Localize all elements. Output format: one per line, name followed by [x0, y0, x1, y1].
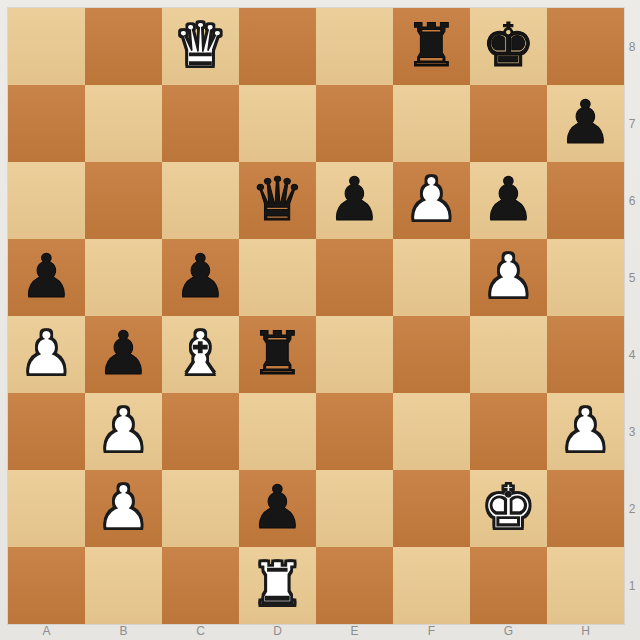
square-h2[interactable] — [547, 470, 624, 547]
piece-black-pawn[interactable]: ♟ — [559, 92, 613, 152]
square-e6[interactable]: ♟ — [316, 162, 393, 239]
square-e4[interactable] — [316, 316, 393, 393]
file-label-c: C — [162, 622, 239, 640]
piece-white-pawn[interactable]: ♟ — [405, 169, 459, 229]
square-g5[interactable]: ♟ — [470, 239, 547, 316]
file-label-d: D — [239, 622, 316, 640]
square-g7[interactable] — [470, 85, 547, 162]
rank-labels: 87654321 — [624, 8, 640, 624]
piece-white-pawn[interactable]: ♟ — [482, 246, 536, 306]
square-d8[interactable] — [239, 8, 316, 85]
square-g8[interactable]: ♚ — [470, 8, 547, 85]
square-b7[interactable] — [85, 85, 162, 162]
chess-diagram-page: ♛♜♚♟♛♟♟♟♟♟♟♟♟♝♜♟♟♟♟♚♜ 87654321 ABCDEFGH — [0, 0, 640, 640]
square-b6[interactable] — [85, 162, 162, 239]
piece-black-pawn[interactable]: ♟ — [97, 323, 151, 383]
square-b1[interactable] — [85, 547, 162, 624]
square-c7[interactable] — [162, 85, 239, 162]
rank-label-5: 5 — [624, 239, 640, 316]
square-h7[interactable]: ♟ — [547, 85, 624, 162]
piece-white-queen[interactable]: ♛ — [174, 15, 228, 75]
piece-white-pawn[interactable]: ♟ — [559, 400, 613, 460]
square-a6[interactable] — [8, 162, 85, 239]
square-b2[interactable]: ♟ — [85, 470, 162, 547]
piece-white-pawn[interactable]: ♟ — [20, 323, 74, 383]
square-f8[interactable]: ♜ — [393, 8, 470, 85]
piece-black-pawn[interactable]: ♟ — [20, 246, 74, 306]
square-h8[interactable] — [547, 8, 624, 85]
square-a8[interactable] — [8, 8, 85, 85]
square-e8[interactable] — [316, 8, 393, 85]
square-e7[interactable] — [316, 85, 393, 162]
piece-black-pawn[interactable]: ♟ — [328, 169, 382, 229]
square-a4[interactable]: ♟ — [8, 316, 85, 393]
square-a5[interactable]: ♟ — [8, 239, 85, 316]
piece-white-pawn[interactable]: ♟ — [97, 477, 151, 537]
piece-white-rook[interactable]: ♜ — [251, 554, 305, 614]
file-labels: ABCDEFGH — [8, 622, 624, 640]
rank-label-2: 2 — [624, 470, 640, 547]
file-label-f: F — [393, 622, 470, 640]
piece-white-king[interactable]: ♚ — [482, 477, 536, 537]
square-d2[interactable]: ♟ — [239, 470, 316, 547]
rank-label-1: 1 — [624, 547, 640, 624]
piece-black-rook[interactable]: ♜ — [251, 323, 305, 383]
piece-black-rook[interactable]: ♜ — [405, 15, 459, 75]
square-c1[interactable] — [162, 547, 239, 624]
square-b3[interactable]: ♟ — [85, 393, 162, 470]
square-c6[interactable] — [162, 162, 239, 239]
square-e1[interactable] — [316, 547, 393, 624]
chess-board: ♛♜♚♟♛♟♟♟♟♟♟♟♟♝♜♟♟♟♟♚♜ — [8, 8, 624, 624]
square-d3[interactable] — [239, 393, 316, 470]
square-g6[interactable]: ♟ — [470, 162, 547, 239]
square-b5[interactable] — [85, 239, 162, 316]
square-d1[interactable]: ♜ — [239, 547, 316, 624]
square-h3[interactable]: ♟ — [547, 393, 624, 470]
piece-white-pawn[interactable]: ♟ — [97, 400, 151, 460]
rank-label-8: 8 — [624, 8, 640, 85]
piece-black-queen[interactable]: ♛ — [251, 169, 305, 229]
square-f2[interactable] — [393, 470, 470, 547]
square-e3[interactable] — [316, 393, 393, 470]
square-c5[interactable]: ♟ — [162, 239, 239, 316]
square-f3[interactable] — [393, 393, 470, 470]
square-b8[interactable] — [85, 8, 162, 85]
square-c8[interactable]: ♛ — [162, 8, 239, 85]
square-c4[interactable]: ♝ — [162, 316, 239, 393]
square-h5[interactable] — [547, 239, 624, 316]
piece-black-pawn[interactable]: ♟ — [482, 169, 536, 229]
square-h4[interactable] — [547, 316, 624, 393]
rank-label-4: 4 — [624, 316, 640, 393]
square-h6[interactable] — [547, 162, 624, 239]
square-b4[interactable]: ♟ — [85, 316, 162, 393]
square-d4[interactable]: ♜ — [239, 316, 316, 393]
square-c3[interactable] — [162, 393, 239, 470]
square-f7[interactable] — [393, 85, 470, 162]
file-label-a: A — [8, 622, 85, 640]
piece-black-pawn[interactable]: ♟ — [251, 477, 305, 537]
piece-white-bishop[interactable]: ♝ — [174, 323, 228, 383]
square-g4[interactable] — [470, 316, 547, 393]
square-d6[interactable]: ♛ — [239, 162, 316, 239]
piece-black-king[interactable]: ♚ — [482, 15, 536, 75]
file-label-e: E — [316, 622, 393, 640]
piece-black-pawn[interactable]: ♟ — [174, 246, 228, 306]
square-e2[interactable] — [316, 470, 393, 547]
square-g1[interactable] — [470, 547, 547, 624]
square-f6[interactable]: ♟ — [393, 162, 470, 239]
file-label-g: G — [470, 622, 547, 640]
rank-label-3: 3 — [624, 393, 640, 470]
square-h1[interactable] — [547, 547, 624, 624]
square-a2[interactable] — [8, 470, 85, 547]
square-f4[interactable] — [393, 316, 470, 393]
square-d7[interactable] — [239, 85, 316, 162]
square-a1[interactable] — [8, 547, 85, 624]
square-a3[interactable] — [8, 393, 85, 470]
file-label-h: H — [547, 622, 624, 640]
square-c2[interactable] — [162, 470, 239, 547]
square-g2[interactable]: ♚ — [470, 470, 547, 547]
rank-label-6: 6 — [624, 162, 640, 239]
rank-label-7: 7 — [624, 85, 640, 162]
file-label-b: B — [85, 622, 162, 640]
square-f5[interactable] — [393, 239, 470, 316]
square-f1[interactable] — [393, 547, 470, 624]
square-e5[interactable] — [316, 239, 393, 316]
square-a7[interactable] — [8, 85, 85, 162]
square-g3[interactable] — [470, 393, 547, 470]
square-d5[interactable] — [239, 239, 316, 316]
